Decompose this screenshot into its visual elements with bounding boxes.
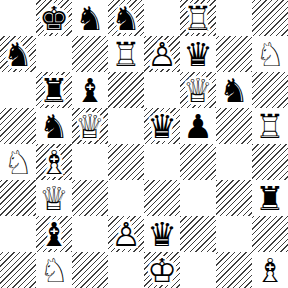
square-b3[interactable]: ♛♕ <box>36 180 72 216</box>
square-c1[interactable] <box>72 252 108 288</box>
square-b5[interactable]: ♞♞ <box>36 108 72 144</box>
square-f6[interactable]: ♛♕ <box>180 72 216 108</box>
square-e4[interactable] <box>144 144 180 180</box>
square-c5[interactable]: ♛♕ <box>72 108 108 144</box>
white-queen-silhouette: ♛ <box>180 72 216 108</box>
black-pawn-icon: ♟ <box>180 108 216 144</box>
square-h8[interactable] <box>252 0 288 36</box>
square-d5[interactable] <box>108 108 144 144</box>
square-h3[interactable]: ♜♜ <box>252 180 288 216</box>
black-knight-icon: ♞ <box>72 0 108 36</box>
square-e6[interactable] <box>144 72 180 108</box>
white-bishop-icon: ♗ <box>252 252 288 288</box>
black-bishop-silhouette: ♝ <box>36 216 72 252</box>
piece-white-queen: ♛♕ <box>180 72 216 108</box>
square-g6[interactable]: ♞♞ <box>216 72 252 108</box>
piece-black-queen: ♛♛ <box>144 108 180 144</box>
white-knight-silhouette: ♞ <box>36 252 72 288</box>
black-queen-silhouette: ♛ <box>144 216 180 252</box>
piece-white-queen: ♛♕ <box>72 108 108 144</box>
black-queen-silhouette: ♛ <box>180 36 216 72</box>
square-f4[interactable] <box>180 144 216 180</box>
square-c7[interactable] <box>72 36 108 72</box>
square-b2[interactable]: ♝♝ <box>36 216 72 252</box>
black-knight-icon: ♞ <box>36 108 72 144</box>
piece-black-queen: ♛♛ <box>180 36 216 72</box>
square-c6[interactable]: ♝♝ <box>72 72 108 108</box>
square-a8[interactable] <box>0 0 36 36</box>
square-a2[interactable] <box>0 216 36 252</box>
black-knight-icon: ♞ <box>0 36 36 72</box>
black-rook-icon: ♜ <box>36 72 72 108</box>
piece-black-rook: ♜♜ <box>36 72 72 108</box>
black-knight-silhouette: ♞ <box>216 72 252 108</box>
piece-white-bishop: ♝♗ <box>252 252 288 288</box>
white-knight-icon: ♘ <box>252 36 288 72</box>
white-rook-silhouette: ♜ <box>108 36 144 72</box>
square-a4[interactable]: ♞♘ <box>0 144 36 180</box>
square-h4[interactable] <box>252 144 288 180</box>
square-f5[interactable]: ♟♟ <box>180 108 216 144</box>
square-d7[interactable]: ♜♖ <box>108 36 144 72</box>
white-rook-silhouette: ♜ <box>180 0 216 36</box>
square-h7[interactable]: ♞♘ <box>252 36 288 72</box>
square-b6[interactable]: ♜♜ <box>36 72 72 108</box>
square-b4[interactable]: ♝♗ <box>36 144 72 180</box>
piece-white-pawn: ♟♙ <box>108 216 144 252</box>
piece-black-knight: ♞♞ <box>0 36 36 72</box>
square-h6[interactable] <box>252 72 288 108</box>
square-a6[interactable] <box>0 72 36 108</box>
square-d2[interactable]: ♟♙ <box>108 216 144 252</box>
piece-white-pawn: ♟♙ <box>144 36 180 72</box>
piece-white-bishop: ♝♗ <box>36 144 72 180</box>
piece-black-queen: ♛♛ <box>144 216 180 252</box>
square-a5[interactable] <box>0 108 36 144</box>
black-knight-icon: ♞ <box>108 0 144 36</box>
white-queen-icon: ♕ <box>180 72 216 108</box>
white-pawn-silhouette: ♟ <box>144 36 180 72</box>
piece-black-knight: ♞♞ <box>36 108 72 144</box>
white-knight-icon: ♘ <box>36 252 72 288</box>
square-c2[interactable] <box>72 216 108 252</box>
black-king-icon: ♚ <box>36 0 72 36</box>
white-pawn-icon: ♙ <box>144 36 180 72</box>
square-f7[interactable]: ♛♛ <box>180 36 216 72</box>
square-g8[interactable] <box>216 0 252 36</box>
square-g7[interactable] <box>216 36 252 72</box>
square-f2[interactable] <box>180 216 216 252</box>
square-g5[interactable] <box>216 108 252 144</box>
square-e2[interactable]: ♛♛ <box>144 216 180 252</box>
square-a3[interactable] <box>0 180 36 216</box>
square-c8[interactable]: ♞♞ <box>72 0 108 36</box>
white-knight-icon: ♘ <box>0 144 36 180</box>
white-knight-silhouette: ♞ <box>252 36 288 72</box>
square-d8[interactable]: ♞♞ <box>108 0 144 36</box>
square-f1[interactable] <box>180 252 216 288</box>
white-pawn-silhouette: ♟ <box>108 216 144 252</box>
square-g1[interactable] <box>216 252 252 288</box>
white-queen-icon: ♕ <box>36 180 72 216</box>
piece-black-king: ♚♚ <box>36 0 72 36</box>
black-bishop-silhouette: ♝ <box>72 72 108 108</box>
piece-black-knight: ♞♞ <box>216 72 252 108</box>
piece-black-bishop: ♝♝ <box>72 72 108 108</box>
piece-white-knight: ♞♘ <box>252 36 288 72</box>
black-queen-icon: ♛ <box>144 108 180 144</box>
square-h2[interactable] <box>252 216 288 252</box>
square-g3[interactable] <box>216 180 252 216</box>
white-bishop-silhouette: ♝ <box>252 252 288 288</box>
white-bishop-icon: ♗ <box>36 144 72 180</box>
white-king-icon: ♔ <box>144 252 180 288</box>
black-knight-silhouette: ♞ <box>0 36 36 72</box>
square-e1[interactable]: ♚♔ <box>144 252 180 288</box>
black-knight-silhouette: ♞ <box>36 108 72 144</box>
square-f8[interactable]: ♜♖ <box>180 0 216 36</box>
piece-white-knight: ♞♘ <box>0 144 36 180</box>
piece-white-rook: ♜♖ <box>252 108 288 144</box>
square-e7[interactable]: ♟♙ <box>144 36 180 72</box>
square-g2[interactable] <box>216 216 252 252</box>
square-a1[interactable] <box>0 252 36 288</box>
square-b8[interactable]: ♚♚ <box>36 0 72 36</box>
piece-black-pawn: ♟♟ <box>180 108 216 144</box>
square-d3[interactable] <box>108 180 144 216</box>
white-rook-icon: ♖ <box>108 36 144 72</box>
piece-black-bishop: ♝♝ <box>36 216 72 252</box>
square-b1[interactable]: ♞♘ <box>36 252 72 288</box>
square-h5[interactable]: ♜♖ <box>252 108 288 144</box>
black-pawn-silhouette: ♟ <box>180 108 216 144</box>
white-queen-silhouette: ♛ <box>72 108 108 144</box>
piece-white-queen: ♛♕ <box>36 180 72 216</box>
square-c3[interactable] <box>72 180 108 216</box>
square-f3[interactable] <box>180 180 216 216</box>
white-pawn-icon: ♙ <box>108 216 144 252</box>
white-bishop-silhouette: ♝ <box>36 144 72 180</box>
black-knight-silhouette: ♞ <box>72 0 108 36</box>
square-c4[interactable] <box>72 144 108 180</box>
piece-white-king: ♚♔ <box>144 252 180 288</box>
piece-white-rook: ♜♖ <box>108 36 144 72</box>
piece-white-rook: ♜♖ <box>180 0 216 36</box>
black-queen-silhouette: ♛ <box>144 108 180 144</box>
white-king-silhouette: ♚ <box>144 252 180 288</box>
square-e5[interactable]: ♛♛ <box>144 108 180 144</box>
piece-black-knight: ♞♞ <box>72 0 108 36</box>
white-rook-silhouette: ♜ <box>252 108 288 144</box>
chess-board: ♚♚♞♞♞♞♜♖♞♞♜♖♟♙♛♛♞♘♜♜♝♝♛♕♞♞♞♞♛♕♛♛♟♟♜♖♞♘♝♗… <box>0 0 288 288</box>
white-knight-silhouette: ♞ <box>0 144 36 180</box>
black-bishop-icon: ♝ <box>72 72 108 108</box>
white-queen-icon: ♕ <box>72 108 108 144</box>
square-b7[interactable] <box>36 36 72 72</box>
white-rook-icon: ♖ <box>180 0 216 36</box>
square-e3[interactable] <box>144 180 180 216</box>
black-king-silhouette: ♚ <box>36 0 72 36</box>
black-knight-icon: ♞ <box>216 72 252 108</box>
black-rook-silhouette: ♜ <box>36 72 72 108</box>
black-knight-silhouette: ♞ <box>108 0 144 36</box>
black-bishop-icon: ♝ <box>36 216 72 252</box>
black-queen-icon: ♛ <box>144 216 180 252</box>
piece-white-knight: ♞♘ <box>36 252 72 288</box>
square-g4[interactable] <box>216 144 252 180</box>
white-rook-icon: ♖ <box>252 108 288 144</box>
black-rook-silhouette: ♜ <box>252 180 288 216</box>
piece-black-rook: ♜♜ <box>252 180 288 216</box>
piece-black-knight: ♞♞ <box>108 0 144 36</box>
black-rook-icon: ♜ <box>252 180 288 216</box>
square-a7[interactable]: ♞♞ <box>0 36 36 72</box>
square-e8[interactable] <box>144 0 180 36</box>
square-d1[interactable] <box>108 252 144 288</box>
square-d4[interactable] <box>108 144 144 180</box>
black-queen-icon: ♛ <box>180 36 216 72</box>
square-h1[interactable]: ♝♗ <box>252 252 288 288</box>
white-queen-silhouette: ♛ <box>36 180 72 216</box>
square-d6[interactable] <box>108 72 144 108</box>
